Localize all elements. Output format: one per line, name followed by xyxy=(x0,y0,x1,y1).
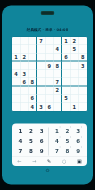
cell-r4c6[interactable]: 8 xyxy=(54,62,62,70)
cell-r1c1[interactable] xyxy=(12,37,20,45)
cell-r4c9[interactable]: 3 xyxy=(79,62,87,70)
numpad-main: 123456789 xyxy=(15,126,47,156)
cell-r7c2[interactable] xyxy=(20,86,28,94)
numpad-main-key-5[interactable]: 5 xyxy=(26,136,37,146)
cell-r8c9[interactable] xyxy=(79,95,87,103)
cell-r6c3[interactable]: 8 xyxy=(29,78,37,86)
hint-button[interactable]: ○ xyxy=(62,159,66,164)
cell-r1c2[interactable] xyxy=(20,37,28,45)
cell-r5c1[interactable]: 4 xyxy=(12,70,20,78)
cell-r3c9[interactable]: 8 xyxy=(79,53,87,61)
toolbar: ←→✎○▣ xyxy=(12,157,87,167)
numpad-notes-key-2[interactable]: 2 xyxy=(62,126,73,136)
cell-r6c6[interactable]: 7 xyxy=(54,78,62,86)
cell-r8c4[interactable] xyxy=(37,95,45,103)
cell-r5c3[interactable] xyxy=(29,70,37,78)
cell-r9c5[interactable]: 6 xyxy=(45,103,53,111)
numpad-notes-key-8[interactable]: 8 xyxy=(62,146,73,156)
cell-r4c3[interactable] xyxy=(29,62,37,70)
cell-r1c3[interactable] xyxy=(29,37,37,45)
cell-r7c4[interactable] xyxy=(37,86,45,94)
cell-r1c6[interactable] xyxy=(54,37,62,45)
input-panel: 123456789 123456789 ←→✎○▣ xyxy=(12,124,87,167)
cell-r5c4[interactable] xyxy=(37,70,45,78)
cell-r9c3[interactable]: 4 xyxy=(29,103,37,111)
home-indicator[interactable] xyxy=(46,169,49,172)
pencil-button[interactable]: ✎ xyxy=(47,159,51,164)
cell-r5c7[interactable] xyxy=(62,70,70,78)
cell-r8c7[interactable]: 5 xyxy=(62,95,70,103)
cell-r2c3[interactable] xyxy=(29,45,37,53)
cell-r5c2[interactable]: 3 xyxy=(20,70,28,78)
cell-r6c9[interactable] xyxy=(79,78,87,86)
phone-screen: 经典模式 · 简单 · 04:08 7124512689834368726543… xyxy=(2,6,93,185)
cell-r1c5[interactable] xyxy=(45,37,53,45)
cell-r7c3[interactable] xyxy=(29,86,37,94)
cell-r2c7[interactable] xyxy=(62,45,70,53)
cell-r6c7[interactable] xyxy=(62,78,70,86)
cell-r4c1[interactable] xyxy=(12,62,20,70)
cell-r3c3[interactable] xyxy=(29,53,37,61)
numpad-divider xyxy=(48,128,49,156)
numpad-main-key-1[interactable]: 1 xyxy=(15,126,26,136)
cell-r2c1[interactable] xyxy=(12,45,20,53)
cell-r3c1[interactable]: 1 xyxy=(12,53,20,61)
cell-r7c5[interactable] xyxy=(45,86,53,94)
numpad-main-key-9[interactable]: 9 xyxy=(36,146,47,156)
cell-r9c1[interactable] xyxy=(12,103,20,111)
cell-r4c7[interactable] xyxy=(62,62,70,70)
numpad-notes-key-1[interactable]: 1 xyxy=(52,126,63,136)
cell-r1c7[interactable]: 1 xyxy=(62,37,70,45)
game-status-text: 经典模式 · 简单 · 04:08 xyxy=(2,28,93,33)
cell-r5c6[interactable] xyxy=(54,70,62,78)
cell-r2c4[interactable] xyxy=(37,45,45,53)
cell-r6c2[interactable]: 6 xyxy=(20,78,28,86)
numpad-notes-key-5[interactable]: 5 xyxy=(62,136,73,146)
numpad-notes-key-3[interactable]: 3 xyxy=(73,126,84,136)
cell-r2c5[interactable] xyxy=(45,45,53,53)
numpad-notes-key-4[interactable]: 4 xyxy=(52,136,63,146)
camera-notch-icon xyxy=(41,11,55,15)
phone-frame: 经典模式 · 简单 · 04:08 7124512689834368726543… xyxy=(0,0,95,190)
cell-r8c1[interactable] xyxy=(12,95,20,103)
cell-r9c7[interactable] xyxy=(62,103,70,111)
cell-r4c5[interactable]: 9 xyxy=(45,62,53,70)
numpad-main-key-2[interactable]: 2 xyxy=(26,126,37,136)
cell-r8c3[interactable]: 6 xyxy=(29,95,37,103)
cell-r3c7[interactable]: 6 xyxy=(62,53,70,61)
cell-r2c6[interactable]: 4 xyxy=(54,45,62,53)
cell-r8c6[interactable] xyxy=(54,95,62,103)
cell-r7c6[interactable]: 2 xyxy=(54,86,62,94)
cell-r2c8[interactable]: 5 xyxy=(70,45,78,53)
sudoku-board: 712451268983436872654361 xyxy=(11,36,88,112)
cell-r3c8[interactable] xyxy=(70,53,78,61)
numpad-notes-key-6[interactable]: 6 xyxy=(73,136,84,146)
numpad-notes-key-7[interactable]: 7 xyxy=(52,146,63,156)
numpad-main-key-8[interactable]: 8 xyxy=(26,146,37,156)
numpad-main-key-7[interactable]: 7 xyxy=(15,146,26,156)
redo-button[interactable]: → xyxy=(32,159,36,164)
cell-r5c8[interactable] xyxy=(70,70,78,78)
cell-r6c8[interactable] xyxy=(70,78,78,86)
cell-r9c6[interactable] xyxy=(54,103,62,111)
cell-r7c1[interactable] xyxy=(12,86,20,94)
cell-r9c2[interactable] xyxy=(20,103,28,111)
cell-r6c1[interactable] xyxy=(12,78,20,86)
numpad-main-key-6[interactable]: 6 xyxy=(36,136,47,146)
cell-r1c4[interactable]: 7 xyxy=(37,37,45,45)
cell-r2c2[interactable] xyxy=(20,45,28,53)
cell-r6c4[interactable] xyxy=(37,78,45,86)
cell-r4c8[interactable] xyxy=(70,62,78,70)
cell-r7c7[interactable] xyxy=(62,86,70,94)
cell-r4c2[interactable] xyxy=(20,62,28,70)
cell-r8c2[interactable] xyxy=(20,95,28,103)
cell-r1c8[interactable]: 2 xyxy=(70,37,78,45)
cell-r5c9[interactable] xyxy=(79,70,87,78)
cell-r3c6[interactable] xyxy=(54,53,62,61)
cell-r4c4[interactable] xyxy=(37,62,45,70)
cell-r2c9[interactable] xyxy=(79,45,87,53)
cell-r3c5[interactable] xyxy=(45,53,53,61)
undo-button[interactable]: ← xyxy=(17,159,21,164)
numpad-main-key-4[interactable]: 4 xyxy=(15,136,26,146)
numpad-main-key-3[interactable]: 3 xyxy=(36,126,47,136)
cell-r8c8[interactable] xyxy=(70,95,78,103)
erase-button[interactable]: ▣ xyxy=(77,159,82,164)
numpad-notes: 123456789 xyxy=(52,126,84,156)
cell-r7c8[interactable] xyxy=(70,86,78,94)
cell-r9c8[interactable]: 1 xyxy=(70,103,78,111)
cell-r1c9[interactable] xyxy=(79,37,87,45)
numpad-notes-key-9[interactable]: 9 xyxy=(73,146,84,156)
cell-r3c2[interactable]: 2 xyxy=(20,53,28,61)
cell-r3c4[interactable] xyxy=(37,53,45,61)
cell-r9c4[interactable]: 3 xyxy=(37,103,45,111)
cell-r6c5[interactable] xyxy=(45,78,53,86)
cell-r8c5[interactable] xyxy=(45,95,53,103)
cell-r5c5[interactable] xyxy=(45,70,53,78)
cell-r7c9[interactable] xyxy=(79,86,87,94)
cell-r9c9[interactable] xyxy=(79,103,87,111)
